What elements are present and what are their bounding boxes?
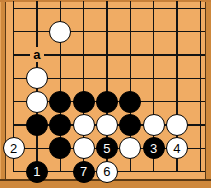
stone-black bbox=[73, 91, 95, 113]
stone-white bbox=[143, 114, 165, 136]
stone-black bbox=[49, 114, 71, 136]
stone-white-move-2: 2 bbox=[3, 137, 25, 159]
stone-black bbox=[119, 91, 141, 113]
stone-white-move-6: 6 bbox=[96, 161, 118, 183]
point-label-a: a bbox=[30, 47, 44, 62]
stones-layer: 2534176a bbox=[2, 0, 211, 183]
stone-white bbox=[26, 67, 48, 89]
stone-white bbox=[49, 21, 71, 43]
stone-white bbox=[73, 137, 95, 159]
stone-white bbox=[73, 114, 95, 136]
go-board-diagram: 2534176a bbox=[0, 0, 211, 188]
stone-black bbox=[49, 137, 71, 159]
stone-white-move-4: 4 bbox=[166, 137, 188, 159]
stone-white bbox=[166, 114, 188, 136]
stone-white bbox=[96, 114, 118, 136]
stone-black-move-5: 5 bbox=[96, 137, 118, 159]
stone-black bbox=[119, 114, 141, 136]
stone-black bbox=[26, 114, 48, 136]
stone-white bbox=[119, 137, 141, 159]
stone-black bbox=[96, 91, 118, 113]
stone-white bbox=[26, 91, 48, 113]
stone-black-move-1: 1 bbox=[26, 161, 48, 183]
stone-black-move-3: 3 bbox=[143, 137, 165, 159]
stone-black bbox=[49, 91, 71, 113]
stone-black-move-7: 7 bbox=[73, 161, 95, 183]
